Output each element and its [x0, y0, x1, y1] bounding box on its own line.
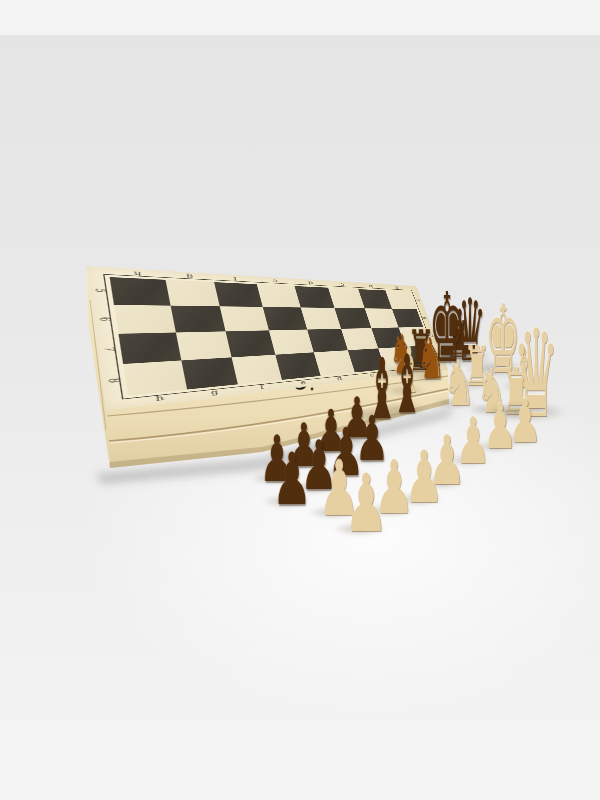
bottom-frame-strip [0, 772, 600, 800]
product-photo-stage: hgfedcbahgfedcba56785678 ♜♛♚♜♚♞♞♜♝♝♞♞♝♜♛… [0, 0, 600, 800]
pawn-glyph: ♟ [272, 443, 312, 515]
pawn-glyph: ♟ [344, 464, 388, 544]
chess-pieces-display: ♜♛♚♜♚♞♞♜♝♝♞♞♝♜♛♝♟♟♟♟♟♟♟♟♟♟♟♟♟♟♟♟ [0, 0, 600, 800]
top-frame-strip [0, 0, 600, 35]
